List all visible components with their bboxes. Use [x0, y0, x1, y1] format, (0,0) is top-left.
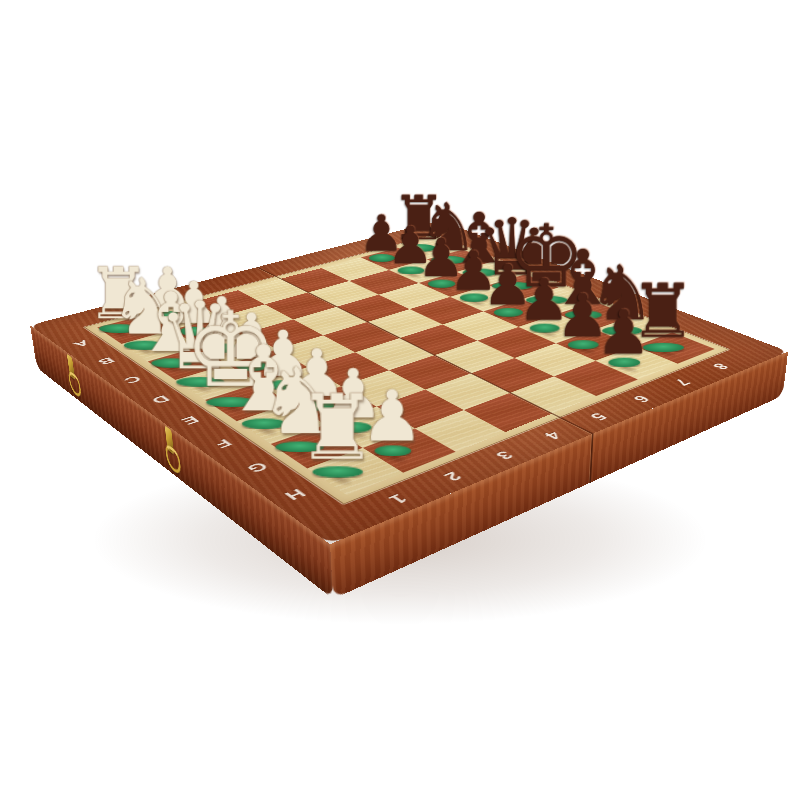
- white-rook-icon: ♜: [296, 382, 377, 472]
- black-pawn-icon: ♟: [596, 302, 651, 363]
- white-rook-h1[interactable]: ♜: [302, 352, 371, 477]
- felt-base: [567, 340, 598, 349]
- felt-base: [312, 466, 362, 477]
- felt-base: [374, 445, 410, 456]
- product-photo-page: ♜♞♝♛♚♝♞♜♟♟♟♟♟♟♟♟♟♟♟♟♟♟♟♟♜♞♝♛♚♝♞♜ ABCDEFG…: [0, 0, 800, 800]
- felt-base: [608, 358, 640, 367]
- chess-set-scene: ♜♞♝♛♚♝♞♜♟♟♟♟♟♟♟♟♟♟♟♟♟♟♟♟♜♞♝♛♚♝♞♜ ABCDEFG…: [0, 0, 800, 800]
- black-pawn-h7[interactable]: ♟: [595, 262, 653, 367]
- fold-seam-side: [589, 433, 594, 483]
- clasp-hook: [68, 369, 83, 400]
